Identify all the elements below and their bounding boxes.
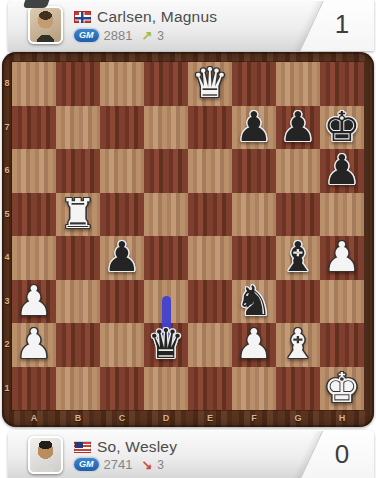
rank-label-6: 6 xyxy=(2,149,12,193)
square-e2[interactable] xyxy=(188,323,232,367)
piece-black-king-h7[interactable]: ♚ xyxy=(324,106,361,150)
rank-label-2: 2 xyxy=(2,323,12,367)
square-a5[interactable] xyxy=(12,193,56,237)
square-d1[interactable] xyxy=(144,367,188,411)
square-c1[interactable] xyxy=(100,367,144,411)
square-a4[interactable] xyxy=(12,236,56,280)
square-g8[interactable] xyxy=(276,62,320,106)
square-a8[interactable] xyxy=(12,62,56,106)
square-d4[interactable] xyxy=(144,236,188,280)
square-b4[interactable] xyxy=(56,236,100,280)
square-d3[interactable] xyxy=(144,280,188,324)
piece-white-pawn-a3[interactable]: ♟ xyxy=(16,280,53,324)
square-b3[interactable] xyxy=(56,280,100,324)
square-g2[interactable]: ♝ xyxy=(276,323,320,367)
usa-flag-icon xyxy=(74,441,91,453)
square-h1[interactable]: ♚ xyxy=(320,367,364,411)
square-a2[interactable]: ♟ xyxy=(12,323,56,367)
rank-label-1: 1 xyxy=(2,367,12,411)
square-f2[interactable]: ♟ xyxy=(232,323,276,367)
piece-white-pawn-f2[interactable]: ♟ xyxy=(236,323,273,367)
piece-white-rook-b5[interactable]: ♜ xyxy=(60,193,97,237)
square-a3[interactable]: ♟ xyxy=(12,280,56,324)
square-a7[interactable] xyxy=(12,106,56,150)
score-bottom: 0 xyxy=(322,439,362,470)
square-b8[interactable] xyxy=(56,62,100,106)
square-f5[interactable] xyxy=(232,193,276,237)
rank-label-4: 4 xyxy=(2,236,12,280)
square-g6[interactable] xyxy=(276,149,320,193)
square-c3[interactable] xyxy=(100,280,144,324)
square-f4[interactable] xyxy=(232,236,276,280)
square-f1[interactable] xyxy=(232,367,276,411)
square-h4[interactable]: ♟ xyxy=(320,236,364,280)
square-h8[interactable] xyxy=(320,62,364,106)
player-bar-top: Carlsen, Magnus GM 2881 ↗ 3 1 xyxy=(8,0,374,51)
rank-label-3: 3 xyxy=(2,280,12,324)
square-e7[interactable] xyxy=(188,106,232,150)
square-g5[interactable] xyxy=(276,193,320,237)
file-label-g: G xyxy=(276,410,320,427)
square-f3[interactable]: ♞ xyxy=(232,280,276,324)
file-label-b: B xyxy=(56,410,100,427)
player-avatar-so xyxy=(28,436,63,474)
square-e5[interactable] xyxy=(188,193,232,237)
square-h7[interactable]: ♚ xyxy=(320,106,364,150)
file-label-c: C xyxy=(100,410,144,427)
square-b1[interactable] xyxy=(56,367,100,411)
square-a1[interactable] xyxy=(12,367,56,411)
square-f7[interactable]: ♟ xyxy=(232,106,276,150)
square-a6[interactable] xyxy=(12,149,56,193)
player-rating-bottom: 2741 xyxy=(104,457,133,472)
piece-white-bishop-g2[interactable]: ♝ xyxy=(280,323,317,367)
square-c8[interactable] xyxy=(100,62,144,106)
chess-board: 87654321 ABCDEFGH ♛♟♟♚♟♜♟♝♟♟♞♟♛♟♝♚ xyxy=(2,52,374,427)
trend-up-icon: ↗ xyxy=(141,28,152,43)
square-c7[interactable] xyxy=(100,106,144,150)
trend-value-top: 3 xyxy=(157,29,164,43)
piece-black-pawn-c4[interactable]: ♟ xyxy=(104,236,141,280)
square-d2[interactable]: ♛ xyxy=(144,323,188,367)
square-g7[interactable]: ♟ xyxy=(276,106,320,150)
square-e4[interactable] xyxy=(188,236,232,280)
corner-tab xyxy=(23,0,50,8)
square-h6[interactable]: ♟ xyxy=(320,149,364,193)
square-c2[interactable] xyxy=(100,323,144,367)
square-d5[interactable] xyxy=(144,193,188,237)
player-rating-top: 2881 xyxy=(104,28,133,43)
trend-value-bottom: 3 xyxy=(157,458,164,472)
board-squares: ♛♟♟♚♟♜♟♝♟♟♞♟♛♟♝♚ xyxy=(12,62,364,410)
square-h2[interactable] xyxy=(320,323,364,367)
file-label-h: H xyxy=(320,410,364,427)
player-name-bottom: So, Wesley xyxy=(97,438,177,456)
piece-black-pawn-f7[interactable]: ♟ xyxy=(236,106,273,150)
square-c6[interactable] xyxy=(100,149,144,193)
file-label-e: E xyxy=(188,410,232,427)
square-e1[interactable] xyxy=(188,367,232,411)
piece-white-pawn-h4[interactable]: ♟ xyxy=(324,236,361,280)
rank-label-8: 8 xyxy=(2,62,12,106)
square-f6[interactable] xyxy=(232,149,276,193)
rank-label-7: 7 xyxy=(2,106,12,150)
trend-down-icon: ↘ xyxy=(141,457,152,472)
piece-black-pawn-h6[interactable]: ♟ xyxy=(324,149,361,193)
square-e6[interactable] xyxy=(188,149,232,193)
piece-white-queen-e8[interactable]: ♛ xyxy=(192,62,229,106)
file-label-f: F xyxy=(232,410,276,427)
player-avatar-carlsen xyxy=(28,6,63,44)
norway-flag-icon xyxy=(74,11,91,23)
piece-black-pawn-g7[interactable]: ♟ xyxy=(280,106,317,150)
gm-title-badge: GM xyxy=(74,29,99,42)
square-g1[interactable] xyxy=(276,367,320,411)
square-h5[interactable] xyxy=(320,193,364,237)
rank-label-5: 5 xyxy=(2,193,12,237)
score-top: 1 xyxy=(322,9,362,40)
square-f8[interactable] xyxy=(232,62,276,106)
square-c5[interactable] xyxy=(100,193,144,237)
square-b2[interactable] xyxy=(56,323,100,367)
piece-white-king-h1[interactable]: ♚ xyxy=(324,367,361,411)
square-b5[interactable]: ♜ xyxy=(56,193,100,237)
square-d6[interactable] xyxy=(144,149,188,193)
square-e8[interactable]: ♛ xyxy=(188,62,232,106)
file-label-a: A xyxy=(12,410,56,427)
player-name-top: Carlsen, Magnus xyxy=(97,8,217,26)
square-d8[interactable] xyxy=(144,62,188,106)
piece-black-bishop-g4[interactable]: ♝ xyxy=(280,236,317,280)
square-g4[interactable]: ♝ xyxy=(276,236,320,280)
square-g3[interactable] xyxy=(276,280,320,324)
square-c4[interactable]: ♟ xyxy=(100,236,144,280)
square-d7[interactable] xyxy=(144,106,188,150)
player-bar-bottom: So, Wesley GM 2741 ↘ 3 0 xyxy=(8,430,374,478)
piece-black-knight-f3[interactable]: ♞ xyxy=(236,280,273,324)
gm-title-badge: GM xyxy=(74,458,99,471)
square-b7[interactable] xyxy=(56,106,100,150)
square-h3[interactable] xyxy=(320,280,364,324)
square-e3[interactable] xyxy=(188,280,232,324)
piece-black-queen-d2[interactable]: ♛ xyxy=(148,323,185,367)
square-b6[interactable] xyxy=(56,149,100,193)
file-label-d: D xyxy=(144,410,188,427)
piece-white-pawn-a2[interactable]: ♟ xyxy=(16,323,53,367)
